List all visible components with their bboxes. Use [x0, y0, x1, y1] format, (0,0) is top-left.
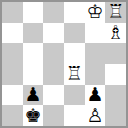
square-a4[interactable] [2, 43, 23, 64]
square-e6[interactable]: ♚♔ [85, 2, 106, 23]
white-pawn: ♟♙ [85, 105, 106, 126]
black-pawn-glyph: ♟ [24, 85, 41, 104]
square-e5[interactable] [85, 23, 106, 44]
square-b3[interactable] [23, 64, 44, 85]
square-d1[interactable] [64, 105, 85, 126]
white-rook: ♜♖ [64, 64, 85, 85]
white-bishop-outline: ♗ [107, 23, 124, 42]
square-c5[interactable] [43, 23, 64, 44]
black-king: ♚ [23, 105, 44, 126]
square-f5[interactable]: ♝♗ [105, 23, 126, 44]
square-d4[interactable] [64, 43, 85, 64]
white-rook-fill: ♜ [66, 64, 83, 83]
white-pawn-fill: ♟ [86, 106, 103, 125]
square-c2[interactable] [43, 85, 64, 106]
black-king-glyph: ♚ [24, 106, 41, 125]
chess-board: ♚♔♜♖♝♗♜♖♟♟♚♟♙ [2, 2, 126, 126]
square-c4[interactable] [43, 43, 64, 64]
square-b1[interactable]: ♚ [23, 105, 44, 126]
white-rook-outline: ♖ [66, 64, 83, 83]
square-e4[interactable] [85, 43, 106, 64]
square-f6[interactable]: ♜♖ [105, 2, 126, 23]
square-a5[interactable] [2, 23, 23, 44]
square-d2[interactable] [64, 85, 85, 106]
square-f4[interactable] [105, 43, 126, 64]
white-rook: ♜♖ [105, 2, 126, 23]
white-rook-fill: ♜ [107, 2, 124, 21]
white-bishop: ♝♗ [105, 23, 126, 44]
black-pawn: ♟ [85, 85, 106, 106]
square-f1[interactable] [105, 105, 126, 126]
square-a3[interactable] [2, 64, 23, 85]
square-a6[interactable] [2, 2, 23, 23]
square-b6[interactable] [23, 2, 44, 23]
white-rook-outline: ♖ [107, 2, 124, 21]
square-a2[interactable] [2, 85, 23, 106]
square-e1[interactable]: ♟♙ [85, 105, 106, 126]
square-f2[interactable] [105, 85, 126, 106]
white-pawn-outline: ♙ [86, 106, 103, 125]
square-b4[interactable] [23, 43, 44, 64]
white-bishop-fill: ♝ [107, 23, 124, 42]
square-d6[interactable] [64, 2, 85, 23]
square-d5[interactable] [64, 23, 85, 44]
square-b5[interactable] [23, 23, 44, 44]
square-c6[interactable] [43, 2, 64, 23]
square-a1[interactable] [2, 105, 23, 126]
square-f3[interactable] [105, 64, 126, 85]
square-e2[interactable]: ♟ [85, 85, 106, 106]
white-king-outline: ♔ [86, 2, 103, 21]
black-pawn-glyph: ♟ [86, 85, 103, 104]
square-e3[interactable] [85, 64, 106, 85]
square-c3[interactable] [43, 64, 64, 85]
square-d3[interactable]: ♜♖ [64, 64, 85, 85]
white-king-fill: ♚ [86, 2, 103, 21]
white-king: ♚♔ [85, 2, 106, 23]
black-pawn: ♟ [23, 85, 44, 106]
square-b2[interactable]: ♟ [23, 85, 44, 106]
board-frame: ♚♔♜♖♝♗♜♖♟♟♚♟♙ [0, 0, 128, 128]
square-c1[interactable] [43, 105, 64, 126]
